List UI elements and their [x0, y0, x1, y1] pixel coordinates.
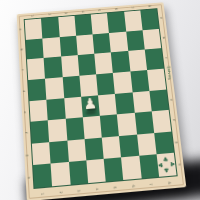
- square-a6: [27, 58, 45, 80]
- square-h2: [154, 131, 174, 154]
- square-c8: [58, 16, 76, 37]
- square-e2: [102, 136, 122, 159]
- square-f6: [111, 51, 130, 73]
- square-h1: ♣♣♣♣: [156, 153, 176, 177]
- square-f4: [115, 92, 134, 114]
- coordinate-label: 7: [148, 179, 154, 190]
- square-c7: [59, 35, 77, 56]
- square-d4: ♟: [81, 95, 100, 118]
- board-grid: ♟♣♣♣♣: [24, 8, 178, 189]
- square-b7: [43, 37, 61, 58]
- square-a4: [29, 99, 48, 122]
- square-f3: [117, 113, 136, 136]
- square-h4: [149, 89, 169, 111]
- club-icon: ♣: [158, 162, 165, 168]
- coordinate-label: 3: [76, 185, 82, 196]
- square-c2: [67, 139, 86, 162]
- square-f2: [119, 134, 139, 157]
- square-b5: [45, 77, 64, 99]
- square-a7: [26, 38, 44, 59]
- square-f5: [113, 71, 132, 93]
- board-mat: 12345678 12345678 abcdefgh abcdefgh ♟♣♣♣…: [17, 2, 187, 200]
- square-h8: [140, 9, 159, 30]
- square-b1: [51, 162, 70, 186]
- square-d6: [78, 54, 97, 76]
- coordinate-label: 1: [40, 189, 46, 200]
- chessboard: 12345678 12345678 abcdefgh abcdefgh ♟♣♣♣…: [17, 2, 187, 200]
- club-icon: ♣: [168, 161, 175, 167]
- coordinate-label: 8: [166, 178, 172, 188]
- square-c3: [65, 117, 84, 140]
- square-d5: [79, 74, 98, 96]
- square-a1: [33, 164, 52, 188]
- square-e7: [93, 33, 112, 54]
- square-c4: [64, 96, 83, 119]
- square-a2: [32, 142, 51, 166]
- square-f7: [109, 31, 128, 52]
- square-h3: [151, 110, 171, 133]
- square-b6: [44, 57, 62, 79]
- square-a3: [31, 120, 50, 143]
- square-e3: [100, 114, 119, 137]
- brand-text: Quiver: [167, 66, 173, 79]
- square-c1: [68, 161, 87, 185]
- square-c5: [62, 76, 81, 98]
- square-a5: [28, 79, 46, 101]
- coordinate-label: 6: [130, 181, 136, 192]
- square-e6: [94, 53, 113, 75]
- coordinate-label: 2: [58, 187, 64, 198]
- white-pawn: ♟: [83, 96, 98, 112]
- square-d8: [74, 15, 92, 36]
- square-b3: [48, 119, 67, 142]
- square-a8: [25, 19, 43, 40]
- square-d7: [76, 34, 94, 55]
- coordinate-label: 5: [112, 182, 118, 193]
- club-icon: ♣: [164, 167, 170, 174]
- square-e1: [104, 158, 124, 182]
- coordinate-label: 4: [94, 184, 100, 195]
- square-h6: [145, 48, 164, 70]
- square-d1: [86, 159, 106, 183]
- square-b4: [47, 98, 66, 121]
- four-clubs-logo-icon: ♣♣♣♣: [158, 157, 174, 173]
- square-h5: [147, 69, 166, 91]
- square-c6: [61, 55, 79, 77]
- square-f1: [121, 156, 141, 180]
- square-f8: [107, 12, 125, 33]
- square-b8: [41, 17, 59, 38]
- square-h7: [142, 29, 161, 50]
- square-b2: [49, 140, 68, 163]
- square-e8: [91, 13, 109, 34]
- square-d2: [84, 137, 103, 160]
- photo-background: 12345678 12345678 abcdefgh abcdefgh ♟♣♣♣…: [0, 0, 200, 200]
- square-d3: [83, 116, 102, 139]
- square-e4: [98, 93, 117, 116]
- square-e5: [96, 73, 115, 95]
